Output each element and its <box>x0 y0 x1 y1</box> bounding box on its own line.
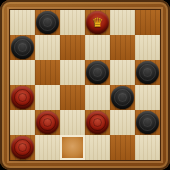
board-grid: ♛ <box>10 10 160 160</box>
square-r3c4[interactable] <box>85 60 110 85</box>
square-r6c5[interactable] <box>110 135 135 160</box>
square-r4c2 <box>35 85 60 110</box>
square-r6c6 <box>135 135 160 160</box>
square-r2c2 <box>35 35 60 60</box>
square-r2c3[interactable] <box>60 35 85 60</box>
red-king[interactable]: ♛ <box>86 11 109 34</box>
black-man[interactable] <box>86 61 109 84</box>
square-r2c4 <box>85 35 110 60</box>
square-r1c3 <box>60 10 85 35</box>
square-r3c2[interactable] <box>35 60 60 85</box>
square-r1c5 <box>110 10 135 35</box>
square-r6c4 <box>85 135 110 160</box>
red-man[interactable] <box>11 86 34 109</box>
square-r4c6 <box>135 85 160 110</box>
black-man[interactable] <box>136 61 159 84</box>
square-r2c5[interactable] <box>110 35 135 60</box>
black-man[interactable] <box>111 86 134 109</box>
black-man[interactable] <box>36 11 59 34</box>
square-r5c3 <box>60 110 85 135</box>
square-r2c6 <box>135 35 160 60</box>
red-man[interactable] <box>86 111 109 134</box>
highlighted-square[interactable] <box>60 135 85 160</box>
square-r5c1 <box>10 110 35 135</box>
square-r3c3 <box>60 60 85 85</box>
square-r2c1[interactable] <box>10 35 35 60</box>
square-r5c5 <box>110 110 135 135</box>
square-r1c4[interactable]: ♛ <box>85 10 110 35</box>
square-r4c3[interactable] <box>60 85 85 110</box>
king-crown-icon: ♛ <box>86 11 109 34</box>
square-r1c6[interactable] <box>135 10 160 35</box>
square-r1c1 <box>10 10 35 35</box>
square-r5c2[interactable] <box>35 110 60 135</box>
square-r3c6[interactable] <box>135 60 160 85</box>
square-r4c5[interactable] <box>110 85 135 110</box>
square-r6c1[interactable] <box>10 135 35 160</box>
square-r5c4[interactable] <box>85 110 110 135</box>
red-man[interactable] <box>11 136 34 159</box>
square-r5c6[interactable] <box>135 110 160 135</box>
square-r3c1 <box>10 60 35 85</box>
square-r6c2 <box>35 135 60 160</box>
square-r4c4 <box>85 85 110 110</box>
black-man[interactable] <box>136 111 159 134</box>
black-man[interactable] <box>11 36 34 59</box>
square-r3c5 <box>110 60 135 85</box>
red-man[interactable] <box>36 111 59 134</box>
square-r4c1[interactable] <box>10 85 35 110</box>
square-r1c2[interactable] <box>35 10 60 35</box>
